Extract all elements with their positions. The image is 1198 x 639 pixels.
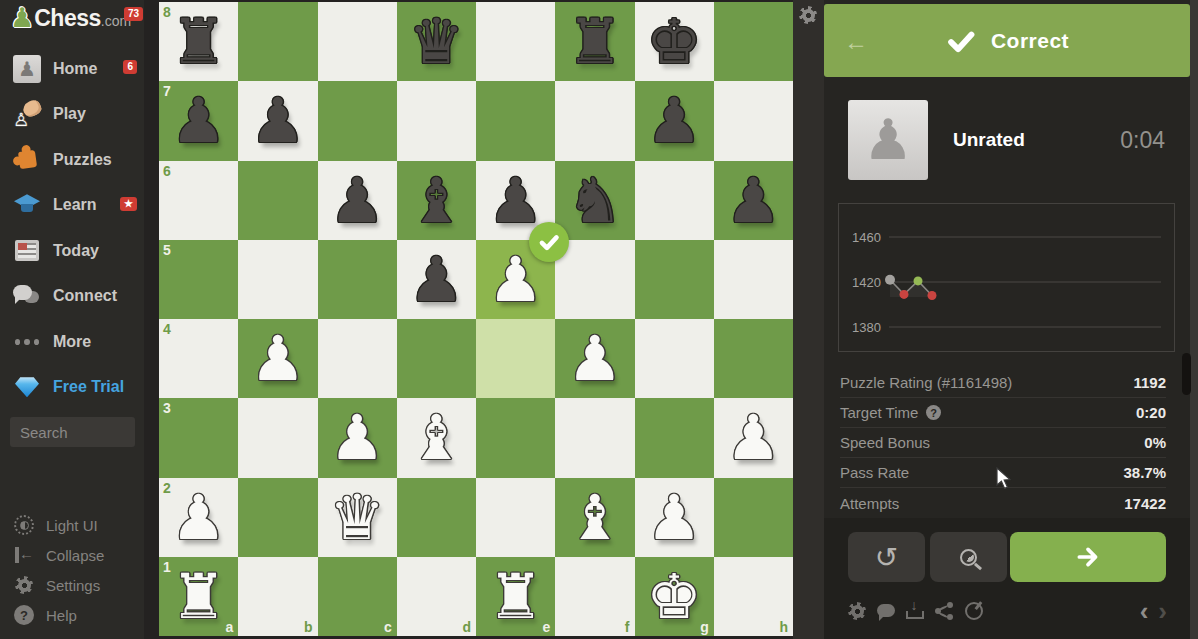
white-rook-a1[interactable]: ♜ [171,557,227,636]
rank-label-1: 1 [163,559,171,575]
square-b5[interactable] [238,240,317,319]
square-d7[interactable] [397,81,476,160]
help-tooltip-icon[interactable]: ? [926,405,941,420]
utility-item-settings[interactable]: Settings [0,570,144,600]
sidebar-item-label: Puzzles [53,151,112,169]
rating-graph-svg: 146014201380 [839,204,1174,351]
square-f4[interactable]: ♟ [555,319,634,398]
stat-row-puzzle-rating: Puzzle Rating (#1161498)1192 [840,368,1166,398]
square-g3[interactable] [635,398,714,477]
sidebar-item-connect[interactable]: Connect [0,274,144,320]
more-icon [13,328,41,356]
sidebar-item-label: Today [53,242,99,260]
comment-icon[interactable] [877,602,895,620]
square-g8[interactable]: ♚ [635,2,714,81]
square-d8[interactable]: ♛ [397,2,476,81]
square-f8[interactable]: ♜ [555,2,634,81]
sidebar: ♟ Chess .com 73 ♟Home6♙PlayPuzzlesLearn★… [0,0,144,639]
black-pawn-a7[interactable]: ♟ [171,81,227,160]
square-a1[interactable]: 1a♜ [159,557,238,636]
help-icon: ? [14,605,34,625]
square-c2[interactable]: ♛ [318,478,397,557]
puzzle-stats: Puzzle Rating (#1161498)1192Target Time?… [840,368,1166,518]
square-b3[interactable] [238,398,317,477]
stat-row-pass-rate: Pass Rate38.7% [840,458,1166,488]
player-clock: 0:04 [1120,127,1165,154]
sidebar-item-label: Play [53,105,86,123]
square-g2[interactable]: ♟ [635,478,714,557]
white-pawn-g2[interactable]: ♟ [646,478,702,557]
square-d6[interactable]: ♝ [397,161,476,240]
square-a7[interactable]: 7♟ [159,81,238,160]
stat-row-speed-bonus: Speed Bonus0% [840,428,1166,458]
next-puzzle-button[interactable] [1010,532,1166,582]
chess-com-logo[interactable]: ♟ Chess .com [10,2,131,34]
sidebar-item-today[interactable]: Today [0,228,144,274]
square-h7[interactable] [714,81,793,160]
white-pawn-b4[interactable]: ♟ [250,319,306,398]
utility-item-label: Settings [46,577,100,594]
board-panel-gutter [793,0,824,639]
black-pawn-h6[interactable]: ♟ [726,161,782,240]
square-f6[interactable]: ♞ [555,161,634,240]
themes-icon[interactable] [964,602,982,620]
square-a3[interactable]: 3 [159,398,238,477]
file-label-c: c [384,619,392,635]
home-badge: 6 [123,60,137,74]
square-f1[interactable]: f [555,557,634,636]
sidebar-item-label: Connect [53,287,117,305]
square-g6[interactable] [635,161,714,240]
chess-com-puzzles-page: ♟ Chess .com 73 ♟Home6♙PlayPuzzlesLearn★… [0,0,1198,639]
square-e8[interactable] [476,2,555,81]
square-e7[interactable] [476,81,555,160]
rank-label-5: 5 [163,242,171,258]
stat-label: Pass Rate [840,464,909,481]
square-e1[interactable]: e♜ [476,557,555,636]
stat-value: 0% [1144,434,1166,451]
sidebar-item-label: Home [53,60,97,78]
square-b8[interactable] [238,2,317,81]
prev-chevron-icon[interactable]: ‹ [1140,598,1149,624]
black-queen-d8[interactable]: ♛ [409,2,465,81]
rank-label-6: 6 [163,163,171,179]
square-a5[interactable]: 5 [159,240,238,319]
square-d4[interactable] [397,319,476,398]
black-king-g8[interactable]: ♚ [646,2,702,81]
rank-label-8: 8 [163,4,171,20]
stat-label: Puzzle Rating (#1161498) [840,374,1012,391]
square-h3[interactable]: ♟ [714,398,793,477]
square-b4[interactable]: ♟ [238,319,317,398]
rating-graph: 146014201380 [838,203,1175,352]
file-label-b: b [304,619,313,635]
square-g5[interactable] [635,240,714,319]
logo-brand: Chess [34,5,101,32]
square-c8[interactable] [318,2,397,81]
utility-item-help[interactable]: ?Help [0,600,144,630]
search-input[interactable] [10,417,135,447]
utility-item-light-ui[interactable]: Light UI [0,510,144,540]
sidebar-gutter [144,0,159,639]
file-label-d: d [462,619,471,635]
black-rook-f8[interactable]: ♜ [567,2,623,81]
stat-value: 0:20 [1136,404,1166,421]
square-c7[interactable] [318,81,397,160]
chess-board[interactable]: 8♜♛♜♚7♟♟♟6♟♝♟♞♟5♟♟4♟♟3♟♝♟2♟♛♝♟1a♜bcde♜fg… [159,2,793,636]
stat-label: Attempts [840,495,899,512]
square-b6[interactable] [238,161,317,240]
rank-label-4: 4 [163,321,171,337]
stat-label: Speed Bonus [840,434,930,451]
rank-label-2: 2 [163,480,171,496]
square-h2[interactable] [714,478,793,557]
square-g1[interactable]: g♚ [635,557,714,636]
badge-check-icon [538,232,560,252]
sidebar-item-learn[interactable]: Learn★ [0,183,144,229]
retry-button[interactable]: ↺ [848,532,925,582]
scrollbar-track[interactable] [1190,0,1198,639]
stat-value: 38.7% [1123,464,1166,481]
avatar-pawn-icon: ♟ [863,100,913,180]
utility-item-collapse[interactable]: ←Collapse [0,540,144,570]
file-label-h: h [779,619,788,635]
free-trial-diamond-icon [13,373,41,401]
scrollbar-thumb[interactable] [1182,353,1191,395]
square-g4[interactable] [635,319,714,398]
square-f5[interactable] [555,240,634,319]
black-pawn-c6[interactable]: ♟ [329,161,385,240]
black-bishop-d6[interactable]: ♝ [409,161,465,240]
svg-text:1420: 1420 [852,275,881,290]
sidebar-item-play[interactable]: ♙Play [0,92,144,138]
square-f3[interactable] [555,398,634,477]
sidebar-item-more[interactable]: More [0,319,144,365]
square-h1[interactable]: h [714,557,793,636]
learn-icon [13,191,41,219]
square-c1[interactable]: c [318,557,397,636]
file-label-a: a [225,619,233,635]
next-chevron-icon[interactable]: › [1158,598,1167,624]
sidebar-item-label: Free Trial [53,378,124,396]
square-d5[interactable]: ♟ [397,240,476,319]
square-a4[interactable]: 4 [159,319,238,398]
square-c3[interactable]: ♟ [318,398,397,477]
square-d3[interactable]: ♝ [397,398,476,477]
result-banner-label: Correct [991,29,1069,53]
square-b7[interactable]: ♟ [238,81,317,160]
share-icon[interactable] [935,602,953,620]
square-a8[interactable]: 8♜ [159,2,238,81]
today-icon [13,237,41,265]
square-d2[interactable] [397,478,476,557]
square-e3[interactable] [476,398,555,477]
next-arrow-icon [1073,544,1103,570]
footer-icon-row: ↓ [848,602,982,620]
puzzle-panel: ← Correct ♟ Unrated 0:04 146014201380 Pu… [824,0,1190,639]
rank-label-3: 3 [163,400,171,416]
file-label-f: f [625,619,630,635]
connect-icon [13,282,41,310]
correct-check-icon [945,27,977,55]
square-h6[interactable]: ♟ [714,161,793,240]
white-pawn-c3[interactable]: ♟ [329,398,385,477]
square-a2[interactable]: 2♟ [159,478,238,557]
white-pawn-f4[interactable]: ♟ [567,319,623,398]
square-a6[interactable]: 6 [159,161,238,240]
analysis-button[interactable] [930,532,1007,582]
play-icon: ♙ [13,100,41,128]
black-knight-f6[interactable]: ♞ [567,161,623,240]
square-h4[interactable] [714,319,793,398]
result-banner: ← Correct [824,4,1190,77]
back-arrow-icon[interactable]: ← [844,28,868,56]
sidebar-item-puzzles[interactable]: Puzzles [0,137,144,183]
stat-row-attempts: Attempts17422 [840,488,1166,518]
sidebar-item-label: More [53,333,91,351]
white-queen-c2[interactable]: ♛ [329,478,385,557]
avatar[interactable]: ♟ [848,100,928,180]
white-pawn-h3[interactable]: ♟ [726,398,782,477]
square-g7[interactable]: ♟ [635,81,714,160]
white-rook-e1[interactable]: ♜ [488,557,544,636]
square-b1[interactable]: b [238,557,317,636]
sidebar-item-free-trial[interactable]: Free Trial [0,365,144,411]
player-name: Unrated [953,129,1025,151]
analysis-magnifier-icon [960,549,977,566]
stat-row-target-time: Target Time?0:20 [840,398,1166,428]
home-icon: ♟ [13,55,41,83]
learn-star-badge: ★ [120,197,137,211]
black-rook-a8[interactable]: ♜ [171,2,227,81]
square-c4[interactable] [318,319,397,398]
file-label-e: e [542,619,550,635]
sidebar-utility: Light UI←CollapseSettings?Help [0,510,144,630]
square-f2[interactable]: ♝ [555,478,634,557]
square-h5[interactable] [714,240,793,319]
square-h8[interactable] [714,2,793,81]
utility-item-label: Collapse [46,547,104,564]
sidebar-item-home[interactable]: ♟Home6 [0,46,144,92]
stat-value: 1192 [1133,374,1166,391]
utility-item-label: Light UI [46,517,98,534]
square-e2[interactable] [476,478,555,557]
svg-text:1460: 1460 [852,230,881,245]
puzzles-icon [13,146,41,174]
logo-pawn-icon: ♟ [10,3,34,33]
settings-gear-icon [14,575,34,595]
correct-move-badge [529,222,569,262]
square-d1[interactable]: d [397,557,476,636]
black-pawn-b7[interactable]: ♟ [250,81,306,160]
board-settings-gear-icon[interactable] [799,6,817,24]
white-king-g1[interactable]: ♚ [646,557,702,636]
stat-value: 17422 [1124,495,1166,512]
square-f7[interactable] [555,81,634,160]
stat-label: Target Time [840,404,918,421]
square-e4[interactable] [476,319,555,398]
light-ui-icon [14,515,34,535]
white-bishop-d3[interactable]: ♝ [409,398,465,477]
sidebar-item-label: Learn [53,196,97,214]
svg-text:1380: 1380 [852,320,881,335]
download-icon[interactable]: ↓ [906,602,924,620]
retry-icon: ↺ [875,541,898,574]
sidebar-nav: ♟Home6♙PlayPuzzlesLearn★TodayConnectMore… [0,46,144,410]
settings-gear-icon[interactable] [848,602,866,620]
puzzle-pager: ‹ › [1140,598,1167,624]
file-label-g: g [700,619,709,635]
square-b2[interactable] [238,478,317,557]
notifications-badge[interactable]: 73 [124,7,143,21]
square-c6[interactable]: ♟ [318,161,397,240]
square-c5[interactable] [318,240,397,319]
utility-item-label: Help [46,607,77,624]
white-bishop-f2[interactable]: ♝ [567,478,623,557]
black-pawn-g7[interactable]: ♟ [646,81,702,160]
black-pawn-d5[interactable]: ♟ [409,240,465,319]
rank-label-7: 7 [163,83,171,99]
collapse-icon: ← [14,545,34,565]
white-pawn-a2[interactable]: ♟ [171,478,227,557]
